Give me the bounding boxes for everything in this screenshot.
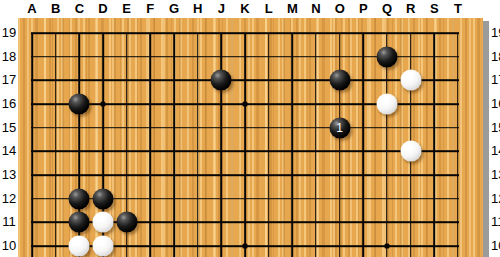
stone-black-C11[interactable] xyxy=(69,212,90,233)
intersection-J17[interactable] xyxy=(209,69,233,93)
col-label-N: N xyxy=(311,0,320,17)
intersection-P14[interactable] xyxy=(351,139,375,163)
intersection-M15[interactable] xyxy=(280,116,304,140)
intersection-J12[interactable] xyxy=(209,187,233,211)
intersection-D19[interactable] xyxy=(91,21,115,45)
intersection-C13[interactable] xyxy=(68,163,92,187)
intersection-O12[interactable] xyxy=(328,187,352,211)
col-label-S: S xyxy=(430,0,439,17)
intersection-K10[interactable] xyxy=(233,234,257,257)
row-label-right-19: 19 xyxy=(491,25,500,41)
intersection-S13[interactable] xyxy=(422,163,446,187)
intersection-O16[interactable] xyxy=(328,92,352,116)
intersection-K16[interactable] xyxy=(233,92,257,116)
intersection-B15[interactable] xyxy=(44,116,68,140)
intersection-R17[interactable] xyxy=(399,69,423,93)
intersection-N18[interactable] xyxy=(304,45,328,69)
intersection-J14[interactable] xyxy=(209,139,233,163)
row-label-left-15: 15 xyxy=(0,120,18,136)
intersection-H18[interactable] xyxy=(186,45,210,69)
stone-black-C12[interactable] xyxy=(69,188,90,209)
intersection-S10[interactable] xyxy=(422,234,446,257)
intersection-G13[interactable] xyxy=(162,163,186,187)
intersection-B17[interactable] xyxy=(44,69,68,93)
row-label-left-13: 13 xyxy=(0,167,18,183)
intersection-H19[interactable] xyxy=(186,21,210,45)
intersection-A12[interactable] xyxy=(20,187,44,211)
intersection-K11[interactable] xyxy=(233,210,257,234)
col-label-T: T xyxy=(454,0,462,17)
intersection-C14[interactable] xyxy=(68,139,92,163)
intersection-B11[interactable] xyxy=(44,210,68,234)
intersection-T14[interactable] xyxy=(446,139,470,163)
intersection-D10[interactable] xyxy=(91,234,115,257)
intersection-B16[interactable] xyxy=(44,92,68,116)
intersection-N14[interactable] xyxy=(304,139,328,163)
intersection-Q18[interactable] xyxy=(375,45,399,69)
stone-white-C10[interactable] xyxy=(69,235,90,256)
intersection-J19[interactable] xyxy=(209,21,233,45)
intersection-N12[interactable] xyxy=(304,187,328,211)
intersection-F17[interactable] xyxy=(138,69,162,93)
intersection-D12[interactable] xyxy=(91,187,115,211)
intersection-Q16[interactable] xyxy=(375,92,399,116)
intersection-T16[interactable] xyxy=(446,92,470,116)
col-label-P: P xyxy=(359,0,368,17)
row-label-left-10: 10 xyxy=(0,238,18,254)
intersection-P12[interactable] xyxy=(351,187,375,211)
intersection-C17[interactable] xyxy=(68,69,92,93)
row-label-left-14: 14 xyxy=(0,143,18,159)
stone-white-Q16[interactable] xyxy=(376,93,397,114)
intersection-P19[interactable] xyxy=(351,21,375,45)
intersection-H12[interactable] xyxy=(186,187,210,211)
intersection-O14[interactable] xyxy=(328,139,352,163)
intersection-B13[interactable] xyxy=(44,163,68,187)
intersection-Q12[interactable] xyxy=(375,187,399,211)
intersection-K13[interactable] xyxy=(233,163,257,187)
row-label-left-18: 18 xyxy=(0,49,18,65)
intersection-O10[interactable] xyxy=(328,234,352,257)
stone-white-D10[interactable] xyxy=(92,235,113,256)
intersection-K18[interactable] xyxy=(233,45,257,69)
intersection-K17[interactable] xyxy=(233,69,257,93)
intersection-N13[interactable] xyxy=(304,163,328,187)
intersection-M13[interactable] xyxy=(280,163,304,187)
intersection-N16[interactable] xyxy=(304,92,328,116)
intersection-N11[interactable] xyxy=(304,210,328,234)
col-label-F: F xyxy=(146,0,154,17)
intersection-T18[interactable] xyxy=(446,45,470,69)
intersection-K14[interactable] xyxy=(233,139,257,163)
intersection-R11[interactable] xyxy=(399,210,423,234)
intersection-A14[interactable] xyxy=(20,139,44,163)
intersection-L12[interactable] xyxy=(257,187,281,211)
intersection-R14[interactable] xyxy=(399,139,423,163)
col-label-A: A xyxy=(27,0,36,17)
intersection-H17[interactable] xyxy=(186,69,210,93)
intersection-J10[interactable] xyxy=(209,234,233,257)
intersection-L16[interactable] xyxy=(257,92,281,116)
intersection-F10[interactable] xyxy=(138,234,162,257)
intersection-F14[interactable] xyxy=(138,139,162,163)
intersection-N15[interactable] xyxy=(304,116,328,140)
stone-black-D12[interactable] xyxy=(92,188,113,209)
row-label-right-18: 18 xyxy=(491,49,500,65)
intersection-S14[interactable] xyxy=(422,139,446,163)
intersection-J13[interactable] xyxy=(209,163,233,187)
intersection-E13[interactable] xyxy=(115,163,139,187)
intersection-M18[interactable] xyxy=(280,45,304,69)
col-label-B: B xyxy=(51,0,60,17)
intersection-A13[interactable] xyxy=(20,163,44,187)
intersection-E11[interactable] xyxy=(115,210,139,234)
intersection-S16[interactable] xyxy=(422,92,446,116)
intersection-S18[interactable] xyxy=(422,45,446,69)
intersection-J16[interactable] xyxy=(209,92,233,116)
intersection-Q15[interactable] xyxy=(375,116,399,140)
col-label-J: J xyxy=(218,0,225,17)
intersection-B19[interactable] xyxy=(44,21,68,45)
intersection-H13[interactable] xyxy=(186,163,210,187)
row-label-left-17: 17 xyxy=(0,72,18,88)
intersection-D17[interactable] xyxy=(91,69,115,93)
move-number-label: 1 xyxy=(336,122,343,134)
intersection-T10[interactable] xyxy=(446,234,470,257)
col-label-M: M xyxy=(287,0,298,17)
stone-black-C16[interactable] xyxy=(69,93,90,114)
intersection-M16[interactable] xyxy=(280,92,304,116)
intersection-B18[interactable] xyxy=(44,45,68,69)
intersection-T13[interactable] xyxy=(446,163,470,187)
intersection-N10[interactable] xyxy=(304,234,328,257)
row-label-right-10: 10 xyxy=(491,238,500,254)
intersection-L17[interactable] xyxy=(257,69,281,93)
intersection-N19[interactable] xyxy=(304,21,328,45)
intersection-S11[interactable] xyxy=(422,210,446,234)
intersection-O15[interactable]: 1 xyxy=(328,116,352,140)
intersection-P17[interactable] xyxy=(351,69,375,93)
intersection-M17[interactable] xyxy=(280,69,304,93)
intersection-F11[interactable] xyxy=(138,210,162,234)
intersection-A17[interactable] xyxy=(20,69,44,93)
intersection-C16[interactable] xyxy=(68,92,92,116)
row-label-right-13: 13 xyxy=(491,167,500,183)
intersection-P16[interactable] xyxy=(351,92,375,116)
intersection-C15[interactable] xyxy=(68,116,92,140)
intersection-O11[interactable] xyxy=(328,210,352,234)
col-label-R: R xyxy=(406,0,415,17)
intersection-E15[interactable] xyxy=(115,116,139,140)
goban-grid: 1 xyxy=(20,21,469,257)
intersection-P15[interactable] xyxy=(351,116,375,140)
intersection-M14[interactable] xyxy=(280,139,304,163)
board-drop-shadow xyxy=(483,21,489,257)
row-label-left-12: 12 xyxy=(0,191,18,207)
row-label-right-14: 14 xyxy=(491,143,500,159)
intersection-B10[interactable] xyxy=(44,234,68,257)
stone-white-R17[interactable] xyxy=(400,70,421,91)
intersection-C19[interactable] xyxy=(68,21,92,45)
intersection-A11[interactable] xyxy=(20,210,44,234)
stone-white-D11[interactable] xyxy=(92,212,113,233)
intersection-F12[interactable] xyxy=(138,187,162,211)
intersection-Q14[interactable] xyxy=(375,139,399,163)
row-label-left-16: 16 xyxy=(0,96,18,112)
row-label-right-15: 15 xyxy=(491,120,500,136)
intersection-A18[interactable] xyxy=(20,45,44,69)
stone-black-Q18[interactable] xyxy=(376,46,397,67)
intersection-E14[interactable] xyxy=(115,139,139,163)
intersection-C18[interactable] xyxy=(68,45,92,69)
col-label-C: C xyxy=(75,0,84,17)
intersection-T12[interactable] xyxy=(446,187,470,211)
intersection-H14[interactable] xyxy=(186,139,210,163)
stone-black-O17[interactable] xyxy=(329,70,350,91)
intersection-B12[interactable] xyxy=(44,187,68,211)
intersection-A16[interactable] xyxy=(20,92,44,116)
intersection-G11[interactable] xyxy=(162,210,186,234)
intersection-P13[interactable] xyxy=(351,163,375,187)
row-label-left-19: 19 xyxy=(0,25,18,41)
row-label-left-11: 11 xyxy=(0,214,18,230)
intersection-H10[interactable] xyxy=(186,234,210,257)
intersection-K15[interactable] xyxy=(233,116,257,140)
intersection-P18[interactable] xyxy=(351,45,375,69)
col-label-K: K xyxy=(240,0,249,17)
intersection-T17[interactable] xyxy=(446,69,470,93)
intersection-J11[interactable] xyxy=(209,210,233,234)
intersection-D13[interactable] xyxy=(91,163,115,187)
intersection-S17[interactable] xyxy=(422,69,446,93)
intersection-G14[interactable] xyxy=(162,139,186,163)
col-label-O: O xyxy=(335,0,345,17)
intersection-L14[interactable] xyxy=(257,139,281,163)
intersection-D16[interactable] xyxy=(91,92,115,116)
intersection-J18[interactable] xyxy=(209,45,233,69)
intersection-L10[interactable] xyxy=(257,234,281,257)
intersection-P10[interactable] xyxy=(351,234,375,257)
intersection-L18[interactable] xyxy=(257,45,281,69)
intersection-E17[interactable] xyxy=(115,69,139,93)
intersection-J15[interactable] xyxy=(209,116,233,140)
intersection-Q17[interactable] xyxy=(375,69,399,93)
intersection-M19[interactable] xyxy=(280,21,304,45)
intersection-L19[interactable] xyxy=(257,21,281,45)
intersection-B14[interactable] xyxy=(44,139,68,163)
intersection-O19[interactable] xyxy=(328,21,352,45)
star-point-K16 xyxy=(242,101,247,106)
row-label-right-11: 11 xyxy=(491,214,500,230)
intersection-O13[interactable] xyxy=(328,163,352,187)
col-label-D: D xyxy=(98,0,107,17)
intersection-M12[interactable] xyxy=(280,187,304,211)
intersection-L11[interactable] xyxy=(257,210,281,234)
stone-black-O15[interactable]: 1 xyxy=(329,117,350,138)
intersection-C12[interactable] xyxy=(68,187,92,211)
row-label-right-16: 16 xyxy=(491,96,500,112)
intersection-R19[interactable] xyxy=(399,21,423,45)
intersection-R12[interactable] xyxy=(399,187,423,211)
intersection-M11[interactable] xyxy=(280,210,304,234)
col-label-Q: Q xyxy=(382,0,392,17)
intersection-E19[interactable] xyxy=(115,21,139,45)
go-board-diagram: 1 ABCDEFGHJKLMNOPQRST1919181817171616151… xyxy=(0,0,500,257)
intersection-Q11[interactable] xyxy=(375,210,399,234)
intersection-H15[interactable] xyxy=(186,116,210,140)
intersection-D15[interactable] xyxy=(91,116,115,140)
intersection-G10[interactable] xyxy=(162,234,186,257)
intersection-F16[interactable] xyxy=(138,92,162,116)
intersection-N17[interactable] xyxy=(304,69,328,93)
intersection-R13[interactable] xyxy=(399,163,423,187)
intersection-O18[interactable] xyxy=(328,45,352,69)
star-point-K10 xyxy=(242,243,247,248)
intersection-A15[interactable] xyxy=(20,116,44,140)
intersection-R10[interactable] xyxy=(399,234,423,257)
stone-black-J17[interactable] xyxy=(211,70,232,91)
intersection-F18[interactable] xyxy=(138,45,162,69)
intersection-R15[interactable] xyxy=(399,116,423,140)
intersection-S15[interactable] xyxy=(422,116,446,140)
intersection-F13[interactable] xyxy=(138,163,162,187)
col-label-E: E xyxy=(122,0,131,17)
intersection-D11[interactable] xyxy=(91,210,115,234)
intersection-F19[interactable] xyxy=(138,21,162,45)
intersection-K19[interactable] xyxy=(233,21,257,45)
intersection-C11[interactable] xyxy=(68,210,92,234)
intersection-E18[interactable] xyxy=(115,45,139,69)
intersection-H16[interactable] xyxy=(186,92,210,116)
intersection-H11[interactable] xyxy=(186,210,210,234)
intersection-C10[interactable] xyxy=(68,234,92,257)
star-point-Q10 xyxy=(384,243,389,248)
intersection-F15[interactable] xyxy=(138,116,162,140)
intersection-P11[interactable] xyxy=(351,210,375,234)
col-label-G: G xyxy=(169,0,179,17)
intersection-S12[interactable] xyxy=(422,187,446,211)
row-label-right-12: 12 xyxy=(491,191,500,207)
stone-white-R14[interactable] xyxy=(400,141,421,162)
intersection-T19[interactable] xyxy=(446,21,470,45)
intersection-M10[interactable] xyxy=(280,234,304,257)
intersection-D18[interactable] xyxy=(91,45,115,69)
intersection-G15[interactable] xyxy=(162,116,186,140)
intersection-E10[interactable] xyxy=(115,234,139,257)
stone-black-E11[interactable] xyxy=(116,212,137,233)
intersection-R16[interactable] xyxy=(399,92,423,116)
col-label-H: H xyxy=(193,0,202,17)
intersection-Q13[interactable] xyxy=(375,163,399,187)
intersection-G17[interactable] xyxy=(162,69,186,93)
intersection-E12[interactable] xyxy=(115,187,139,211)
intersection-G19[interactable] xyxy=(162,21,186,45)
intersection-O17[interactable] xyxy=(328,69,352,93)
intersection-Q19[interactable] xyxy=(375,21,399,45)
intersection-L15[interactable] xyxy=(257,116,281,140)
intersection-G18[interactable] xyxy=(162,45,186,69)
intersection-T15[interactable] xyxy=(446,116,470,140)
intersection-T11[interactable] xyxy=(446,210,470,234)
row-label-right-17: 17 xyxy=(491,72,500,88)
col-label-L: L xyxy=(265,0,273,17)
intersection-E16[interactable] xyxy=(115,92,139,116)
star-point-D16 xyxy=(100,101,105,106)
intersection-G12[interactable] xyxy=(162,187,186,211)
intersection-A10[interactable] xyxy=(20,234,44,257)
intersection-S19[interactable] xyxy=(422,21,446,45)
intersection-R18[interactable] xyxy=(399,45,423,69)
intersection-D14[interactable] xyxy=(91,139,115,163)
intersection-G16[interactable] xyxy=(162,92,186,116)
intersection-L13[interactable] xyxy=(257,163,281,187)
intersection-A19[interactable] xyxy=(20,21,44,45)
intersection-K12[interactable] xyxy=(233,187,257,211)
intersection-Q10[interactable] xyxy=(375,234,399,257)
